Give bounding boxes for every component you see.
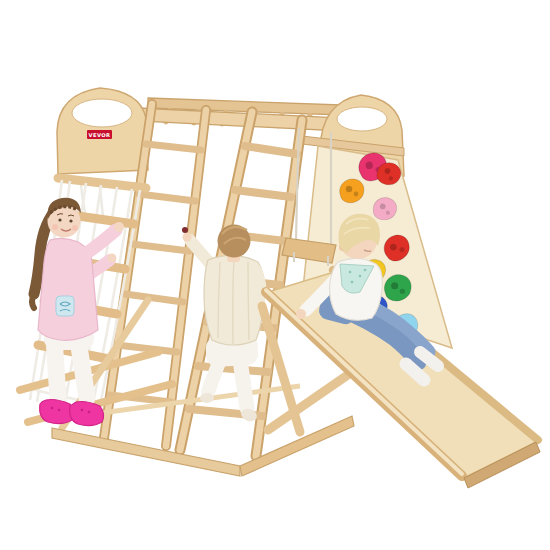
girl-leg-right	[78, 340, 87, 398]
climbing-hold-green	[384, 275, 411, 301]
product-photo: VEVOR	[0, 0, 550, 550]
girl-shoe-right	[70, 402, 104, 426]
toddler-right-leg	[240, 360, 247, 408]
toddler-left-foot	[200, 393, 214, 403]
girl-shoe-left	[40, 400, 74, 424]
girl-right-hand	[114, 222, 124, 232]
right-oval-cutout	[337, 107, 387, 131]
playset-illustration: VEVOR	[0, 0, 550, 550]
left-oval-cutout	[72, 99, 132, 127]
toddler-hand	[183, 233, 192, 242]
girl-left-hand	[108, 254, 117, 263]
toddler-right-arm	[256, 270, 261, 298]
climbing-hold-orange	[340, 179, 364, 203]
girl-leg-left	[54, 338, 58, 398]
boy-hand	[296, 309, 306, 319]
brand-label-text: VEVOR	[89, 132, 111, 138]
toddler-toy	[182, 227, 188, 233]
